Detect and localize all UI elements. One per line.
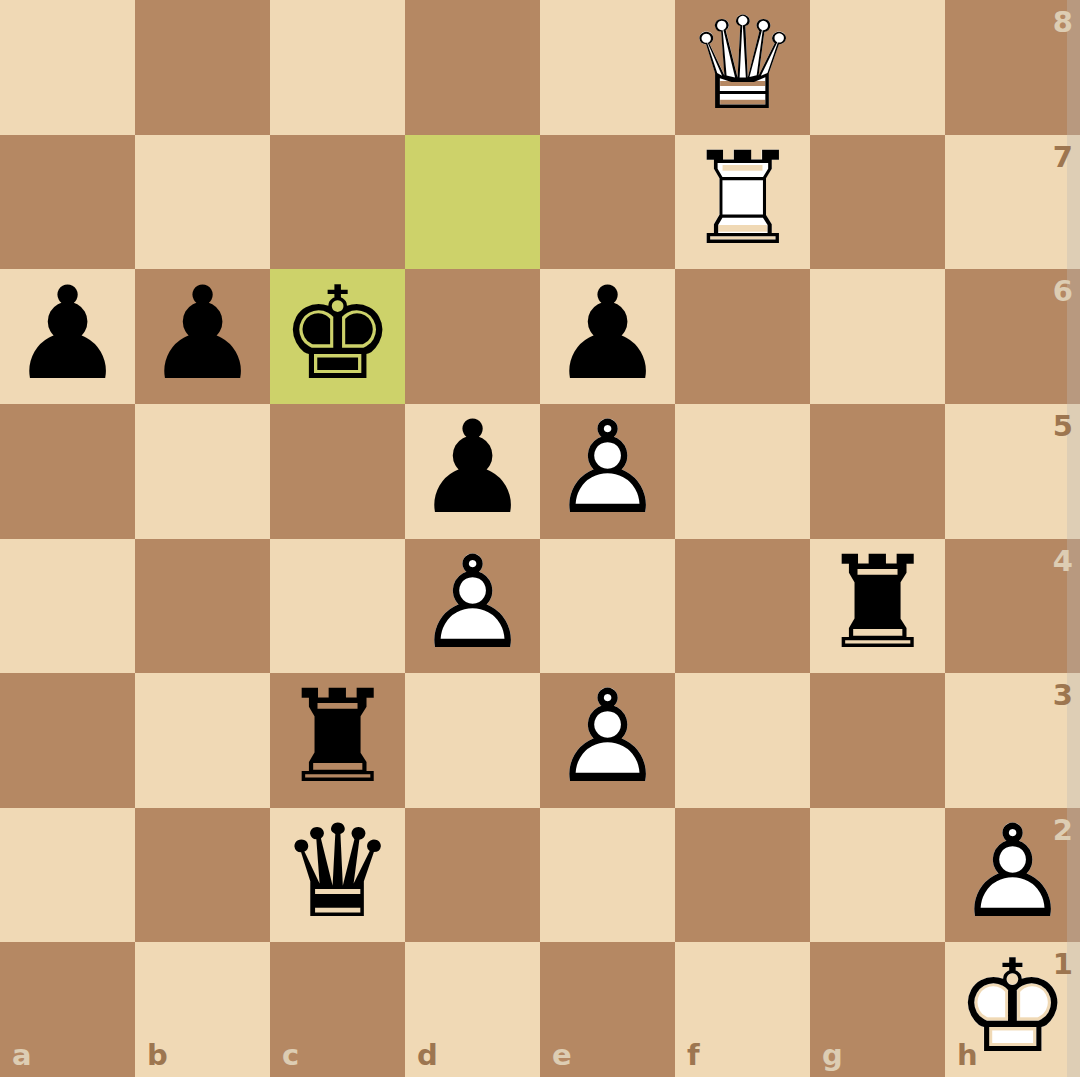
square-c2[interactable]: ♛ — [270, 808, 405, 943]
rank-label-4: 4 — [1053, 547, 1073, 576]
black-king[interactable]: ♚ — [270, 269, 405, 404]
square-b5[interactable] — [135, 404, 270, 539]
square-e3[interactable]: ♟♙ — [540, 673, 675, 808]
square-g6[interactable] — [810, 269, 945, 404]
white-king[interactable]: ♚♔ — [945, 942, 1080, 1077]
square-c1[interactable]: c — [270, 942, 405, 1077]
rank-label-5: 5 — [1053, 412, 1073, 441]
square-c3[interactable]: ♜ — [270, 673, 405, 808]
white-pawn[interactable]: ♟♙ — [540, 673, 675, 808]
square-a5[interactable] — [0, 404, 135, 539]
rank-label-8: 8 — [1053, 8, 1073, 37]
file-label-f: f — [687, 1041, 700, 1070]
square-h7[interactable]: 7 — [945, 135, 1080, 270]
square-f2[interactable] — [675, 808, 810, 943]
black-rook[interactable]: ♜ — [270, 673, 405, 808]
square-h3[interactable]: 3 — [945, 673, 1080, 808]
square-e8[interactable] — [540, 0, 675, 135]
chess-board: ♛♕8♜♖7♟♟♚♟6♟♟♙5♟♙♜4♜♟♙3♛2♟♙abcdefgh1♚♔ — [0, 0, 1080, 1077]
square-e5[interactable]: ♟♙ — [540, 404, 675, 539]
square-b6[interactable]: ♟ — [135, 269, 270, 404]
square-a8[interactable] — [0, 0, 135, 135]
file-label-d: d — [417, 1041, 438, 1070]
square-b7[interactable] — [135, 135, 270, 270]
square-c5[interactable] — [270, 404, 405, 539]
white-pawn[interactable]: ♟♙ — [405, 539, 540, 674]
square-a6[interactable]: ♟ — [0, 269, 135, 404]
square-d4[interactable]: ♟♙ — [405, 539, 540, 674]
file-label-c: c — [282, 1041, 299, 1070]
square-c8[interactable] — [270, 0, 405, 135]
square-g4[interactable]: ♜ — [810, 539, 945, 674]
square-a4[interactable] — [0, 539, 135, 674]
square-d2[interactable] — [405, 808, 540, 943]
file-label-g: g — [822, 1041, 843, 1070]
white-queen[interactable]: ♛♕ — [675, 0, 810, 135]
black-pawn[interactable]: ♟ — [405, 404, 540, 539]
square-h6[interactable]: 6 — [945, 269, 1080, 404]
square-e4[interactable] — [540, 539, 675, 674]
square-f1[interactable]: f — [675, 942, 810, 1077]
square-e1[interactable]: e — [540, 942, 675, 1077]
square-g2[interactable] — [810, 808, 945, 943]
square-g5[interactable] — [810, 404, 945, 539]
square-f8[interactable]: ♛♕ — [675, 0, 810, 135]
black-pawn[interactable]: ♟ — [0, 269, 135, 404]
square-e7[interactable] — [540, 135, 675, 270]
file-label-b: b — [147, 1041, 168, 1070]
white-pawn[interactable]: ♟♙ — [540, 404, 675, 539]
square-f3[interactable] — [675, 673, 810, 808]
square-d5[interactable]: ♟ — [405, 404, 540, 539]
square-d3[interactable] — [405, 673, 540, 808]
black-rook[interactable]: ♜ — [810, 539, 945, 674]
square-f6[interactable] — [675, 269, 810, 404]
rank-label-7: 7 — [1053, 143, 1073, 172]
black-pawn[interactable]: ♟ — [135, 269, 270, 404]
file-label-e: e — [552, 1041, 572, 1070]
square-a7[interactable] — [0, 135, 135, 270]
square-g7[interactable] — [810, 135, 945, 270]
square-a1[interactable]: a — [0, 942, 135, 1077]
white-rook[interactable]: ♜♖ — [675, 135, 810, 270]
square-f4[interactable] — [675, 539, 810, 674]
square-h1[interactable]: h1♚♔ — [945, 942, 1080, 1077]
square-f7[interactable]: ♜♖ — [675, 135, 810, 270]
square-e6[interactable]: ♟ — [540, 269, 675, 404]
square-c7[interactable] — [270, 135, 405, 270]
square-g8[interactable] — [810, 0, 945, 135]
square-g3[interactable] — [810, 673, 945, 808]
square-d1[interactable]: d — [405, 942, 540, 1077]
rank-label-6: 6 — [1053, 277, 1073, 306]
square-b8[interactable] — [135, 0, 270, 135]
square-d6[interactable] — [405, 269, 540, 404]
square-c4[interactable] — [270, 539, 405, 674]
square-h4[interactable]: 4 — [945, 539, 1080, 674]
square-e2[interactable] — [540, 808, 675, 943]
square-b3[interactable] — [135, 673, 270, 808]
square-g1[interactable]: g — [810, 942, 945, 1077]
square-b2[interactable] — [135, 808, 270, 943]
square-a2[interactable] — [0, 808, 135, 943]
square-h8[interactable]: 8 — [945, 0, 1080, 135]
white-pawn[interactable]: ♟♙ — [945, 808, 1080, 943]
square-f5[interactable] — [675, 404, 810, 539]
square-h5[interactable]: 5 — [945, 404, 1080, 539]
rank-label-3: 3 — [1053, 681, 1073, 710]
square-a3[interactable] — [0, 673, 135, 808]
square-d8[interactable] — [405, 0, 540, 135]
square-h2[interactable]: 2♟♙ — [945, 808, 1080, 943]
square-b4[interactable] — [135, 539, 270, 674]
black-pawn[interactable]: ♟ — [540, 269, 675, 404]
square-d7[interactable] — [405, 135, 540, 270]
file-label-a: a — [12, 1041, 32, 1070]
square-b1[interactable]: b — [135, 942, 270, 1077]
square-c6[interactable]: ♚ — [270, 269, 405, 404]
black-queen[interactable]: ♛ — [270, 808, 405, 943]
